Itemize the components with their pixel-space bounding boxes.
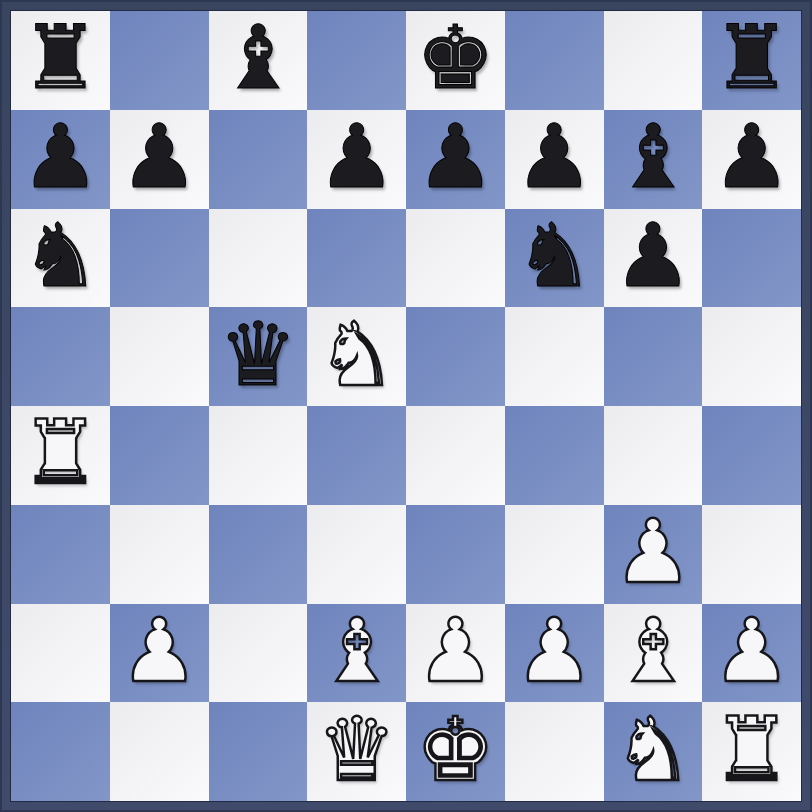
white-pawn-h2[interactable]: ♟ (712, 607, 791, 695)
square-a3[interactable] (11, 505, 110, 604)
square-g5[interactable] (604, 307, 703, 406)
black-rook-h8[interactable]: ♜ (712, 14, 791, 102)
black-knight-f6[interactable]: ♞ (515, 212, 594, 300)
square-h3[interactable] (702, 505, 801, 604)
square-g8[interactable] (604, 11, 703, 110)
white-rook-a4[interactable]: ♜ (21, 409, 100, 497)
square-h7[interactable]: ♟ (702, 110, 801, 209)
white-knight-g1[interactable]: ♞ (613, 706, 692, 794)
white-pawn-f2[interactable]: ♟ (515, 607, 594, 695)
white-pawn-b2[interactable]: ♟ (120, 607, 199, 695)
square-d5[interactable]: ♞ (307, 307, 406, 406)
square-f8[interactable] (505, 11, 604, 110)
square-e7[interactable]: ♟ (406, 110, 505, 209)
square-c4[interactable] (209, 406, 308, 505)
square-c8[interactable]: ♝ (209, 11, 308, 110)
square-a7[interactable]: ♟ (11, 110, 110, 209)
square-a2[interactable] (11, 604, 110, 703)
black-pawn-g6[interactable]: ♟ (613, 212, 692, 300)
square-h5[interactable] (702, 307, 801, 406)
white-knight-d5[interactable]: ♞ (317, 311, 396, 399)
square-f6[interactable]: ♞ (505, 209, 604, 308)
square-b8[interactable] (110, 11, 209, 110)
square-d6[interactable] (307, 209, 406, 308)
black-pawn-b7[interactable]: ♟ (120, 113, 199, 201)
square-g7[interactable]: ♝ (604, 110, 703, 209)
square-d4[interactable] (307, 406, 406, 505)
black-pawn-a7[interactable]: ♟ (21, 113, 100, 201)
square-d1[interactable]: ♛ (307, 702, 406, 801)
square-e4[interactable] (406, 406, 505, 505)
square-c1[interactable] (209, 702, 308, 801)
square-b7[interactable]: ♟ (110, 110, 209, 209)
square-b4[interactable] (110, 406, 209, 505)
black-queen-c5[interactable]: ♛ (218, 311, 297, 399)
square-g3[interactable]: ♟ (604, 505, 703, 604)
square-c2[interactable] (209, 604, 308, 703)
square-h6[interactable] (702, 209, 801, 308)
black-bishop-g7[interactable]: ♝ (613, 113, 692, 201)
square-c6[interactable] (209, 209, 308, 308)
square-b2[interactable]: ♟ (110, 604, 209, 703)
black-rook-a8[interactable]: ♜ (21, 14, 100, 102)
square-d8[interactable] (307, 11, 406, 110)
square-f1[interactable] (505, 702, 604, 801)
square-e3[interactable] (406, 505, 505, 604)
square-h8[interactable]: ♜ (702, 11, 801, 110)
square-b6[interactable] (110, 209, 209, 308)
white-king-e1[interactable]: ♚ (416, 706, 495, 794)
square-c3[interactable] (209, 505, 308, 604)
square-h2[interactable]: ♟ (702, 604, 801, 703)
square-b5[interactable] (110, 307, 209, 406)
chess-board: ♜♝♚♜♟♟♟♟♟♝♟♞♞♟♛♞♜♟♟♝♟♟♝♟♛♚♞♜ (11, 11, 801, 801)
square-f3[interactable] (505, 505, 604, 604)
square-f7[interactable]: ♟ (505, 110, 604, 209)
square-a6[interactable]: ♞ (11, 209, 110, 308)
white-pawn-g3[interactable]: ♟ (613, 508, 692, 596)
square-c5[interactable]: ♛ (209, 307, 308, 406)
square-e6[interactable] (406, 209, 505, 308)
white-bishop-g2[interactable]: ♝ (613, 607, 692, 695)
square-g4[interactable] (604, 406, 703, 505)
square-d7[interactable]: ♟ (307, 110, 406, 209)
black-pawn-e7[interactable]: ♟ (416, 113, 495, 201)
black-king-e8[interactable]: ♚ (416, 14, 495, 102)
black-pawn-d7[interactable]: ♟ (317, 113, 396, 201)
square-f4[interactable] (505, 406, 604, 505)
square-b3[interactable] (110, 505, 209, 604)
square-c7[interactable] (209, 110, 308, 209)
square-f2[interactable]: ♟ (505, 604, 604, 703)
square-f5[interactable] (505, 307, 604, 406)
square-h4[interactable] (702, 406, 801, 505)
board-frame: ♜♝♚♜♟♟♟♟♟♝♟♞♞♟♛♞♜♟♟♝♟♟♝♟♛♚♞♜ (0, 0, 812, 812)
square-e8[interactable]: ♚ (406, 11, 505, 110)
square-d3[interactable] (307, 505, 406, 604)
square-h1[interactable]: ♜ (702, 702, 801, 801)
square-g1[interactable]: ♞ (604, 702, 703, 801)
square-a8[interactable]: ♜ (11, 11, 110, 110)
square-a4[interactable]: ♜ (11, 406, 110, 505)
black-pawn-h7[interactable]: ♟ (712, 113, 791, 201)
white-pawn-e2[interactable]: ♟ (416, 607, 495, 695)
square-g6[interactable]: ♟ (604, 209, 703, 308)
square-b1[interactable] (110, 702, 209, 801)
square-e1[interactable]: ♚ (406, 702, 505, 801)
square-a5[interactable] (11, 307, 110, 406)
square-g2[interactable]: ♝ (604, 604, 703, 703)
square-e2[interactable]: ♟ (406, 604, 505, 703)
black-bishop-c8[interactable]: ♝ (218, 14, 297, 102)
black-pawn-f7[interactable]: ♟ (515, 113, 594, 201)
black-knight-a6[interactable]: ♞ (21, 212, 100, 300)
white-queen-d1[interactable]: ♛ (317, 706, 396, 794)
square-d2[interactable]: ♝ (307, 604, 406, 703)
square-a1[interactable] (11, 702, 110, 801)
white-bishop-d2[interactable]: ♝ (317, 607, 396, 695)
square-e5[interactable] (406, 307, 505, 406)
white-rook-h1[interactable]: ♜ (712, 706, 791, 794)
